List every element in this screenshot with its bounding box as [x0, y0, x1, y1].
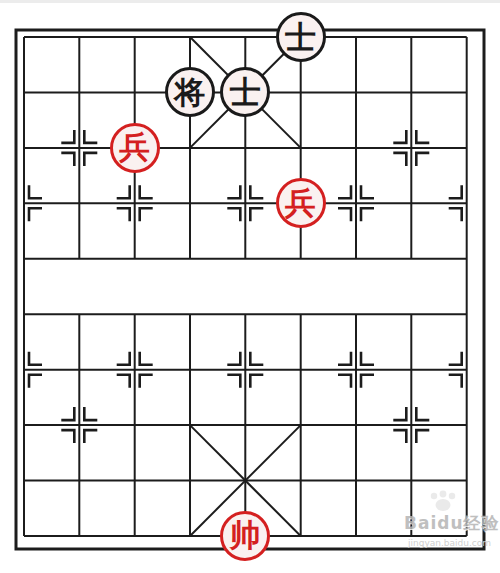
xiangqi-board: 士将士兵兵帅 Baidu经验 jingyan.baidu.com — [0, 0, 500, 573]
piece-red-general[interactable]: 帅 — [218, 508, 273, 563]
red-piece-disc: 帅 — [220, 511, 270, 561]
piece-black-general[interactable]: 将 — [162, 65, 217, 120]
black-piece-disc: 士 — [276, 12, 326, 62]
black-piece-disc: 将 — [165, 67, 215, 117]
page: 士将士兵兵帅 Baidu经验 jingyan.baidu.com — [0, 0, 500, 573]
black-piece-disc: 士 — [220, 67, 270, 117]
piece-red-soldier-1[interactable]: 兵 — [107, 120, 162, 175]
red-piece-disc: 兵 — [110, 123, 160, 173]
piece-black-advisor-2[interactable]: 士 — [218, 65, 273, 120]
piece-layer: 士将士兵兵帅 — [0, 9, 494, 564]
piece-red-soldier-2[interactable]: 兵 — [273, 176, 328, 231]
red-piece-disc: 兵 — [276, 178, 326, 228]
piece-black-advisor-1[interactable]: 士 — [273, 9, 328, 64]
